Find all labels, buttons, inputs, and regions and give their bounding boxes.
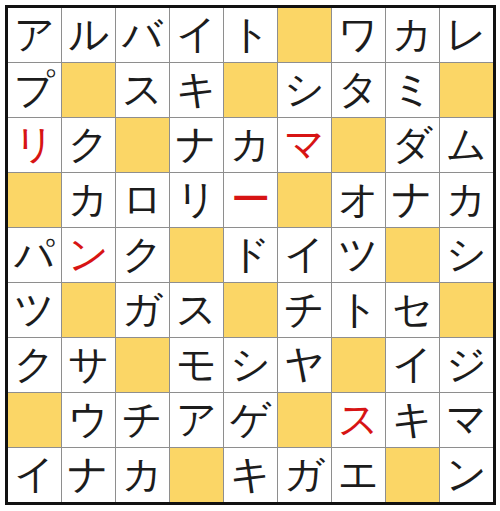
blocked-cell-r2c9 xyxy=(440,63,493,117)
letter-cell-r8c8[interactable]: キ xyxy=(386,393,439,447)
letter-cell-r9c3[interactable]: カ xyxy=(116,448,169,502)
cell-letter: ナ xyxy=(68,454,109,494)
letter-cell-r8c7[interactable]: ス xyxy=(332,393,385,447)
cell-letter: シ xyxy=(230,344,271,384)
letter-cell-r1c8[interactable]: カ xyxy=(386,8,439,62)
cell-letter: バ xyxy=(122,14,163,54)
letter-cell-r5c6[interactable]: イ xyxy=(278,228,331,282)
letter-cell-r7c9[interactable]: ジ xyxy=(440,338,493,392)
cell-letter: ス xyxy=(176,289,217,329)
blocked-cell-r9c4 xyxy=(170,448,223,502)
blocked-cell-r7c3 xyxy=(116,338,169,392)
letter-cell-r3c8[interactable]: ダ xyxy=(386,118,439,172)
cell-letter: シ xyxy=(446,234,487,274)
letter-cell-r2c7[interactable]: タ xyxy=(332,63,385,117)
blocked-cell-r7c7 xyxy=(332,338,385,392)
letter-cell-r4c9[interactable]: カ xyxy=(440,173,493,227)
cell-letter: カ xyxy=(68,179,109,219)
letter-cell-r2c6[interactable]: シ xyxy=(278,63,331,117)
cell-letter: ミ xyxy=(392,69,433,109)
letter-cell-r3c5[interactable]: カ xyxy=(224,118,277,172)
cell-letter: ス xyxy=(122,69,163,109)
letter-cell-r7c1[interactable]: ク xyxy=(8,338,61,392)
cell-letter: カ xyxy=(446,179,487,219)
cell-letter: ナ xyxy=(176,124,217,164)
cell-letter: ヤ xyxy=(284,344,325,384)
cell-letter: ワ xyxy=(338,14,379,54)
cell-letter: タ xyxy=(338,69,379,109)
cell-letter: ク xyxy=(122,234,163,274)
letter-cell-r2c8[interactable]: ミ xyxy=(386,63,439,117)
cell-letter: ト xyxy=(230,14,271,54)
cell-letter: キ xyxy=(230,454,271,494)
letter-cell-r9c6[interactable]: ガ xyxy=(278,448,331,502)
blocked-cell-r8c1 xyxy=(8,393,61,447)
letter-cell-r5c3[interactable]: ク xyxy=(116,228,169,282)
letter-cell-r2c1[interactable]: プ xyxy=(8,63,61,117)
cell-letter: ダ xyxy=(392,124,433,164)
letter-cell-r7c6[interactable]: ヤ xyxy=(278,338,331,392)
cell-letter: エ xyxy=(338,454,379,494)
letter-cell-r2c4[interactable]: キ xyxy=(170,63,223,117)
letter-cell-r1c1[interactable]: ア xyxy=(8,8,61,62)
cell-letter: ス xyxy=(338,399,379,439)
blocked-cell-r4c1 xyxy=(8,173,61,227)
cell-letter: カ xyxy=(392,14,433,54)
cell-letter: ア xyxy=(14,14,55,54)
blocked-cell-r5c8 xyxy=(386,228,439,282)
blocked-cell-r6c5 xyxy=(224,283,277,337)
cell-letter: ン xyxy=(446,454,487,494)
cell-letter: ー xyxy=(231,179,271,219)
cell-letter: セ xyxy=(392,289,433,329)
letter-cell-r6c1[interactable]: ツ xyxy=(8,283,61,337)
cell-letter: オ xyxy=(338,179,379,219)
letter-cell-r1c4[interactable]: イ xyxy=(170,8,223,62)
letter-cell-r5c1[interactable]: パ xyxy=(8,228,61,282)
letter-cell-r5c9[interactable]: シ xyxy=(440,228,493,282)
cell-letter: ガ xyxy=(122,289,163,329)
letter-cell-r1c7[interactable]: ワ xyxy=(332,8,385,62)
letter-cell-r8c3[interactable]: チ xyxy=(116,393,169,447)
letter-cell-r4c8[interactable]: ナ xyxy=(386,173,439,227)
cell-letter: ム xyxy=(446,124,487,164)
cell-letter: ド xyxy=(230,234,271,274)
cell-letter: ウ xyxy=(68,399,109,439)
letter-cell-r6c6[interactable]: チ xyxy=(278,283,331,337)
letter-cell-r3c1[interactable]: リ xyxy=(8,118,61,172)
letter-cell-r5c7[interactable]: ツ xyxy=(332,228,385,282)
cell-letter: ガ xyxy=(284,454,325,494)
letter-cell-r1c3[interactable]: バ xyxy=(116,8,169,62)
cell-letter: チ xyxy=(122,399,163,439)
letter-cell-r7c4[interactable]: モ xyxy=(170,338,223,392)
cell-letter: ク xyxy=(14,344,55,384)
cell-letter: ジ xyxy=(446,344,487,384)
cell-letter: ア xyxy=(176,399,217,439)
letter-cell-r6c7[interactable]: ト xyxy=(332,283,385,337)
blocked-cell-r6c2 xyxy=(62,283,115,337)
cell-letter: イ xyxy=(392,344,433,384)
letter-cell-r1c9[interactable]: レ xyxy=(440,8,493,62)
cell-letter: カ xyxy=(122,454,163,494)
letter-cell-r1c2[interactable]: ル xyxy=(62,8,115,62)
cell-letter: ク xyxy=(68,124,109,164)
letter-cell-r1c5[interactable]: ト xyxy=(224,8,277,62)
cell-letter: イ xyxy=(284,234,325,274)
letter-cell-r8c5[interactable]: ゲ xyxy=(224,393,277,447)
letter-cell-r3c6[interactable]: マ xyxy=(278,118,331,172)
crossword-board-frame: アルバイトワカレプスキシタミリクナカマダムカロリーオナカパンクドイツシツガスチト… xyxy=(5,5,496,505)
letter-cell-r8c4[interactable]: ア xyxy=(170,393,223,447)
blocked-cell-r3c3 xyxy=(116,118,169,172)
cell-letter: マ xyxy=(284,124,325,164)
letter-cell-r6c4[interactable]: ス xyxy=(170,283,223,337)
letter-cell-r9c7[interactable]: エ xyxy=(332,448,385,502)
letter-cell-r4c2[interactable]: カ xyxy=(62,173,115,227)
letter-cell-r7c8[interactable]: イ xyxy=(386,338,439,392)
letter-cell-r5c5[interactable]: ド xyxy=(224,228,277,282)
letter-cell-r5c2[interactable]: ン xyxy=(62,228,115,282)
cell-letter: ゲ xyxy=(230,399,271,439)
letter-cell-r9c2[interactable]: ナ xyxy=(62,448,115,502)
cell-letter: プ xyxy=(14,69,55,109)
letter-cell-r2c3[interactable]: ス xyxy=(116,63,169,117)
cell-letter: ン xyxy=(68,234,109,274)
letter-cell-r4c3[interactable]: ロ xyxy=(116,173,169,227)
blocked-cell-r5c4 xyxy=(170,228,223,282)
cell-letter: パ xyxy=(14,234,55,274)
cell-letter: サ xyxy=(68,344,109,384)
letter-cell-r8c2[interactable]: ウ xyxy=(62,393,115,447)
blocked-cell-r2c5 xyxy=(224,63,277,117)
letter-cell-r3c2[interactable]: ク xyxy=(62,118,115,172)
blocked-cell-r6c9 xyxy=(440,283,493,337)
crossword-board: アルバイトワカレプスキシタミリクナカマダムカロリーオナカパンクドイツシツガスチト… xyxy=(8,8,493,502)
letter-cell-r4c7[interactable]: オ xyxy=(332,173,385,227)
cell-letter: カ xyxy=(230,124,271,164)
letter-cell-r8c9[interactable]: マ xyxy=(440,393,493,447)
letter-cell-r4c5[interactable]: ー xyxy=(224,173,277,227)
blocked-cell-r2c2 xyxy=(62,63,115,117)
blocked-cell-r3c7 xyxy=(332,118,385,172)
cell-letter: チ xyxy=(284,289,325,329)
letter-cell-r9c9[interactable]: ン xyxy=(440,448,493,502)
cell-letter: モ xyxy=(176,344,217,384)
blocked-cell-r8c6 xyxy=(278,393,331,447)
cell-letter: キ xyxy=(176,69,217,109)
cell-letter: キ xyxy=(392,399,433,439)
letter-cell-r9c5[interactable]: キ xyxy=(224,448,277,502)
cell-letter: ル xyxy=(68,14,109,54)
letter-cell-r6c8[interactable]: セ xyxy=(386,283,439,337)
cell-letter: ナ xyxy=(392,179,433,219)
cell-letter: ロ xyxy=(122,179,163,219)
cell-letter: マ xyxy=(446,399,487,439)
letter-cell-r7c2[interactable]: サ xyxy=(62,338,115,392)
cell-letter: レ xyxy=(446,14,487,54)
cell-letter: ツ xyxy=(14,289,55,329)
blocked-cell-r9c8 xyxy=(386,448,439,502)
cell-letter: ツ xyxy=(338,234,379,274)
cell-letter: リ xyxy=(14,124,55,164)
cell-letter: リ xyxy=(176,179,217,219)
letter-cell-r4c4[interactable]: リ xyxy=(170,173,223,227)
letter-cell-r6c3[interactable]: ガ xyxy=(116,283,169,337)
cell-letter: イ xyxy=(176,14,217,54)
cell-letter: ト xyxy=(338,289,379,329)
cell-letter: イ xyxy=(14,454,55,494)
letter-cell-r3c4[interactable]: ナ xyxy=(170,118,223,172)
blocked-cell-r4c6 xyxy=(278,173,331,227)
blocked-cell-r1c6 xyxy=(278,8,331,62)
cell-letter: シ xyxy=(284,69,325,109)
letter-cell-r9c1[interactable]: イ xyxy=(8,448,61,502)
letter-cell-r7c5[interactable]: シ xyxy=(224,338,277,392)
letter-cell-r3c9[interactable]: ム xyxy=(440,118,493,172)
